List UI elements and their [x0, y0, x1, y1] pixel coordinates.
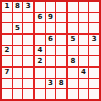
- cell-r4c6[interactable]: [56, 35, 66, 45]
- sudoku-box-0-0: 1835: [2, 2, 33, 33]
- cell-r9c9[interactable]: [89, 89, 99, 99]
- cell-r1c8[interactable]: [79, 2, 89, 12]
- cell-r5c1: 2: [2, 46, 12, 56]
- cell-r3c8[interactable]: [79, 23, 89, 33]
- sudoku-box-1-2: 538: [68, 35, 99, 66]
- cell-r6c9[interactable]: [89, 56, 99, 66]
- cell-r3c2: 5: [13, 23, 23, 33]
- cell-r1c7[interactable]: [68, 2, 78, 12]
- cell-r9c1[interactable]: [2, 89, 12, 99]
- cell-r8c2[interactable]: [13, 79, 23, 89]
- cell-r8c3[interactable]: [23, 79, 33, 89]
- cell-r7c7[interactable]: [68, 68, 78, 78]
- cell-r1c5[interactable]: [46, 2, 56, 12]
- cell-r4c9: 3: [89, 35, 99, 45]
- cell-r3c3[interactable]: [23, 23, 33, 33]
- cell-r2c9[interactable]: [89, 13, 99, 23]
- cell-r2c7[interactable]: [68, 13, 78, 23]
- cell-r5c8[interactable]: [79, 46, 89, 56]
- cell-r3c1[interactable]: [2, 23, 12, 33]
- sudoku-box-1-1: 642: [35, 35, 66, 66]
- cell-r5c2[interactable]: [13, 46, 23, 56]
- cell-r4c1[interactable]: [2, 35, 12, 45]
- sudoku-box-2-1: 38: [35, 68, 66, 99]
- cell-r9c6[interactable]: [56, 89, 66, 99]
- cell-r9c7[interactable]: [68, 89, 78, 99]
- cell-r2c8[interactable]: [79, 13, 89, 23]
- cell-r3c5[interactable]: [46, 23, 56, 33]
- cell-r2c5: 9: [46, 13, 56, 23]
- cell-r7c6[interactable]: [56, 68, 66, 78]
- cell-r5c5[interactable]: [46, 46, 56, 56]
- cell-r9c4[interactable]: [35, 89, 45, 99]
- cell-r4c2[interactable]: [13, 35, 23, 45]
- cell-r6c4: 2: [35, 56, 45, 66]
- cell-r3c9[interactable]: [89, 23, 99, 33]
- cell-r8c4[interactable]: [35, 79, 45, 89]
- cell-r1c3: 3: [23, 2, 33, 12]
- cell-r2c1[interactable]: [2, 13, 12, 23]
- cell-r8c6: 8: [56, 79, 66, 89]
- cell-r6c3[interactable]: [23, 56, 33, 66]
- cell-r5c6[interactable]: [56, 46, 66, 56]
- cell-r5c7[interactable]: [68, 46, 78, 56]
- cell-r7c9[interactable]: [89, 68, 99, 78]
- cell-r8c7[interactable]: [68, 79, 78, 89]
- cell-r7c8: 4: [79, 68, 89, 78]
- cell-r6c6[interactable]: [56, 56, 66, 66]
- cell-r2c4: 6: [35, 13, 45, 23]
- cell-r1c6[interactable]: [56, 2, 66, 12]
- cell-r7c2[interactable]: [13, 68, 23, 78]
- cell-r7c4[interactable]: [35, 68, 45, 78]
- sudoku-board: 18356926425387384: [0, 0, 101, 101]
- cell-r1c1: 1: [2, 2, 12, 12]
- cell-r6c7: 8: [68, 56, 78, 66]
- cell-r2c6[interactable]: [56, 13, 66, 23]
- cell-r6c2[interactable]: [13, 56, 23, 66]
- cell-r6c5[interactable]: [46, 56, 56, 66]
- cell-r6c8[interactable]: [79, 56, 89, 66]
- cell-r3c4[interactable]: [35, 23, 45, 33]
- sudoku-box-0-2: [68, 2, 99, 33]
- cell-r4c8[interactable]: [79, 35, 89, 45]
- cell-r6c1[interactable]: [2, 56, 12, 66]
- cell-r5c4: 4: [35, 46, 45, 56]
- cell-r4c5: 6: [46, 35, 56, 45]
- sudoku-box-2-2: 4: [68, 68, 99, 99]
- cell-r9c2[interactable]: [13, 89, 23, 99]
- cell-r7c3[interactable]: [23, 68, 33, 78]
- cell-r2c2[interactable]: [13, 13, 23, 23]
- sudoku-box-0-1: 69: [35, 2, 66, 33]
- cell-r1c9[interactable]: [89, 2, 99, 12]
- cell-r5c9[interactable]: [89, 46, 99, 56]
- cell-r8c1[interactable]: [2, 79, 12, 89]
- cell-r5c3[interactable]: [23, 46, 33, 56]
- cell-r8c5: 3: [46, 79, 56, 89]
- cell-r9c3[interactable]: [23, 89, 33, 99]
- cell-r2c3[interactable]: [23, 13, 33, 23]
- cell-r4c7: 5: [68, 35, 78, 45]
- cell-r4c3[interactable]: [23, 35, 33, 45]
- cell-r8c9[interactable]: [89, 79, 99, 89]
- cell-r7c5[interactable]: [46, 68, 56, 78]
- cell-r3c6[interactable]: [56, 23, 66, 33]
- cell-r4c4[interactable]: [35, 35, 45, 45]
- cell-r7c1: 7: [2, 68, 12, 78]
- cell-r1c2: 8: [13, 2, 23, 12]
- cell-r8c8[interactable]: [79, 79, 89, 89]
- cell-r9c5[interactable]: [46, 89, 56, 99]
- sudoku-box-1-0: 2: [2, 35, 33, 66]
- cell-r9c8[interactable]: [79, 89, 89, 99]
- cell-r3c7[interactable]: [68, 23, 78, 33]
- sudoku-box-2-0: 7: [2, 68, 33, 99]
- cell-r1c4[interactable]: [35, 2, 45, 12]
